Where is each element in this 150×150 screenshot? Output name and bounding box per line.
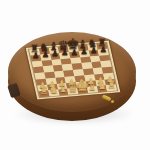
square-h1 xyxy=(106,85,117,92)
chess-board-squares xyxy=(29,43,117,98)
brass-clasp-pin xyxy=(111,100,114,103)
product-photo: ♜♞♝♛♚♝♞♜♟♟♟♟♟♟♟♟♟♟♟♟♟♟♟♟♜♞♝♛♚♝♞♜ xyxy=(0,0,150,150)
chess-board xyxy=(26,41,121,100)
